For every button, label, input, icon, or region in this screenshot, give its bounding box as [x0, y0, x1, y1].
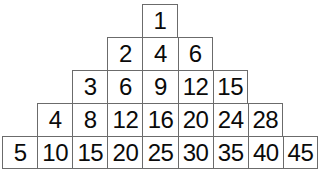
pyramid-cell: 6: [107, 70, 142, 103]
pyramid-cell: 1: [142, 4, 177, 37]
pyramid-cell: 9: [142, 70, 177, 103]
pyramid-cell: 4: [142, 37, 177, 70]
pyramid-cell: 20: [178, 103, 213, 136]
pyramid-cell: 12: [178, 70, 213, 103]
pyramid-cell: 2: [107, 37, 142, 70]
pyramid-cell: 35: [213, 136, 248, 169]
pyramid-cell: 15: [72, 136, 107, 169]
pyramid-cell: 5: [2, 136, 37, 169]
pyramid-cell: 25: [142, 136, 177, 169]
number-pyramid: 1246369121548121620242851015202530354045: [2, 4, 318, 169]
pyramid-cell: 16: [142, 103, 177, 136]
pyramid-cell: 20: [107, 136, 142, 169]
pyramid-cell: 12: [107, 103, 142, 136]
pyramid-cell: 10: [37, 136, 72, 169]
pyramid-cell: 45: [283, 136, 318, 169]
pyramid-cell: 8: [72, 103, 107, 136]
pyramid-cell: 28: [248, 103, 283, 136]
pyramid-cell: 4: [37, 103, 72, 136]
pyramid-cell: 6: [178, 37, 213, 70]
pyramid-cell: 24: [213, 103, 248, 136]
pyramid-cell: 3: [72, 70, 107, 103]
pyramid-cell: 30: [178, 136, 213, 169]
pyramid-cell: 15: [213, 70, 248, 103]
pyramid-cell: 40: [248, 136, 283, 169]
